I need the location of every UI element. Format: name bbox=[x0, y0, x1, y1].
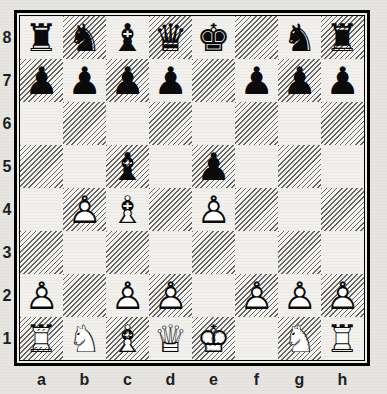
square-a1[interactable]: ♜♖ bbox=[20, 317, 63, 360]
white-pawn[interactable]: ♟♙ bbox=[321, 274, 364, 317]
square-b5[interactable] bbox=[63, 145, 106, 188]
white-rook[interactable]: ♜♖ bbox=[321, 317, 364, 360]
rank-label-4: 4 bbox=[0, 188, 14, 231]
white-pawn[interactable]: ♟♙ bbox=[63, 188, 106, 231]
file-labels: abcdefgh bbox=[20, 368, 364, 392]
square-a2[interactable]: ♟♙ bbox=[20, 274, 63, 317]
square-f3[interactable] bbox=[235, 231, 278, 274]
file-label-e: e bbox=[192, 368, 235, 392]
white-knight[interactable]: ♞♘ bbox=[278, 317, 321, 360]
black-piece-glyph: ♝ bbox=[106, 145, 149, 188]
square-c7[interactable]: ♟ bbox=[106, 59, 149, 102]
square-a6[interactable] bbox=[20, 102, 63, 145]
square-d4[interactable] bbox=[149, 188, 192, 231]
white-piece-outline: ♙ bbox=[278, 274, 321, 317]
white-piece-outline: ♙ bbox=[106, 274, 149, 317]
black-pawn[interactable]: ♟ bbox=[63, 59, 106, 102]
white-piece-outline: ♗ bbox=[106, 317, 149, 360]
black-piece-glyph: ♛ bbox=[149, 16, 192, 59]
file-label-a: a bbox=[20, 368, 63, 392]
rank-label-1: 1 bbox=[0, 317, 14, 360]
white-pawn[interactable]: ♟♙ bbox=[106, 274, 149, 317]
black-piece-glyph: ♟ bbox=[278, 59, 321, 102]
square-d7[interactable]: ♟ bbox=[149, 59, 192, 102]
black-queen[interactable]: ♛ bbox=[149, 16, 192, 59]
square-d2[interactable]: ♟♙ bbox=[149, 274, 192, 317]
square-e2[interactable] bbox=[192, 274, 235, 317]
square-e4[interactable]: ♟♙ bbox=[192, 188, 235, 231]
black-bishop[interactable]: ♝ bbox=[106, 16, 149, 59]
chess-position-diagram: 87654321 ♜♞♝♛♚♞♜♟♟♟♟♟♟♟♝♟♟♙♝♗♟♙♟♙♟♙♟♙♟♙♟… bbox=[0, 0, 387, 394]
white-piece-outline: ♔ bbox=[192, 317, 235, 360]
square-b3[interactable] bbox=[63, 231, 106, 274]
square-e1[interactable]: ♚♔ bbox=[192, 317, 235, 360]
black-pawn[interactable]: ♟ bbox=[278, 59, 321, 102]
square-h4[interactable] bbox=[321, 188, 364, 231]
square-a8[interactable]: ♜ bbox=[20, 16, 63, 59]
file-label-c: c bbox=[106, 368, 149, 392]
square-d3[interactable] bbox=[149, 231, 192, 274]
white-piece-outline: ♖ bbox=[20, 317, 63, 360]
square-f5[interactable] bbox=[235, 145, 278, 188]
file-label-b: b bbox=[63, 368, 106, 392]
square-g2[interactable]: ♟♙ bbox=[278, 274, 321, 317]
square-f7[interactable]: ♟ bbox=[235, 59, 278, 102]
chess-board: ♜♞♝♛♚♞♜♟♟♟♟♟♟♟♝♟♟♙♝♗♟♙♟♙♟♙♟♙♟♙♟♙♟♙♜♖♞♘♝♗… bbox=[19, 15, 365, 361]
black-knight[interactable]: ♞ bbox=[278, 16, 321, 59]
rank-label-5: 5 bbox=[0, 145, 14, 188]
square-e8[interactable]: ♚ bbox=[192, 16, 235, 59]
file-label-d: d bbox=[149, 368, 192, 392]
square-g5[interactable] bbox=[278, 145, 321, 188]
black-bishop[interactable]: ♝ bbox=[106, 145, 149, 188]
square-c1[interactable]: ♝♗ bbox=[106, 317, 149, 360]
black-pawn[interactable]: ♟ bbox=[235, 59, 278, 102]
black-piece-glyph: ♜ bbox=[20, 16, 63, 59]
white-pawn[interactable]: ♟♙ bbox=[235, 274, 278, 317]
white-piece-outline: ♗ bbox=[106, 188, 149, 231]
black-piece-glyph: ♟ bbox=[235, 59, 278, 102]
white-pawn[interactable]: ♟♙ bbox=[192, 188, 235, 231]
black-piece-glyph: ♞ bbox=[63, 16, 106, 59]
square-h8[interactable]: ♜ bbox=[321, 16, 364, 59]
square-a4[interactable] bbox=[20, 188, 63, 231]
black-pawn[interactable]: ♟ bbox=[106, 59, 149, 102]
square-g7[interactable]: ♟ bbox=[278, 59, 321, 102]
square-c4[interactable]: ♝♗ bbox=[106, 188, 149, 231]
square-f8[interactable] bbox=[235, 16, 278, 59]
white-piece-outline: ♕ bbox=[149, 317, 192, 360]
white-pawn[interactable]: ♟♙ bbox=[20, 274, 63, 317]
white-piece-outline: ♙ bbox=[20, 274, 63, 317]
square-a3[interactable] bbox=[20, 231, 63, 274]
file-label-h: h bbox=[321, 368, 364, 392]
square-h2[interactable]: ♟♙ bbox=[321, 274, 364, 317]
white-bishop[interactable]: ♝♗ bbox=[106, 188, 149, 231]
black-king[interactable]: ♚ bbox=[192, 16, 235, 59]
square-c3[interactable] bbox=[106, 231, 149, 274]
square-b8[interactable]: ♞ bbox=[63, 16, 106, 59]
square-b7[interactable]: ♟ bbox=[63, 59, 106, 102]
black-pawn[interactable]: ♟ bbox=[321, 59, 364, 102]
white-knight[interactable]: ♞♘ bbox=[63, 317, 106, 360]
white-piece-outline: ♙ bbox=[235, 274, 278, 317]
board-frame: ♜♞♝♛♚♞♜♟♟♟♟♟♟♟♝♟♟♙♝♗♟♙♟♙♟♙♟♙♟♙♟♙♟♙♜♖♞♘♝♗… bbox=[14, 10, 370, 366]
black-piece-glyph: ♟ bbox=[20, 59, 63, 102]
square-g1[interactable]: ♞♘ bbox=[278, 317, 321, 360]
square-e6[interactable] bbox=[192, 102, 235, 145]
white-pawn[interactable]: ♟♙ bbox=[149, 274, 192, 317]
square-d8[interactable]: ♛ bbox=[149, 16, 192, 59]
square-d6[interactable] bbox=[149, 102, 192, 145]
white-king[interactable]: ♚♔ bbox=[192, 317, 235, 360]
square-e5[interactable]: ♟ bbox=[192, 145, 235, 188]
square-h6[interactable] bbox=[321, 102, 364, 145]
square-h1[interactable]: ♜♖ bbox=[321, 317, 364, 360]
white-bishop[interactable]: ♝♗ bbox=[106, 317, 149, 360]
black-piece-glyph: ♚ bbox=[192, 16, 235, 59]
black-piece-glyph: ♝ bbox=[106, 16, 149, 59]
square-c5[interactable]: ♝ bbox=[106, 145, 149, 188]
square-e3[interactable] bbox=[192, 231, 235, 274]
square-c6[interactable] bbox=[106, 102, 149, 145]
square-b1[interactable]: ♞♘ bbox=[63, 317, 106, 360]
square-a5[interactable] bbox=[20, 145, 63, 188]
black-piece-glyph: ♞ bbox=[278, 16, 321, 59]
white-piece-outline: ♖ bbox=[321, 317, 364, 360]
rank-label-2: 2 bbox=[0, 274, 14, 317]
square-g3[interactable] bbox=[278, 231, 321, 274]
white-piece-outline: ♘ bbox=[63, 317, 106, 360]
black-rook[interactable]: ♜ bbox=[321, 16, 364, 59]
square-d5[interactable] bbox=[149, 145, 192, 188]
black-piece-glyph: ♟ bbox=[321, 59, 364, 102]
black-pawn[interactable]: ♟ bbox=[20, 59, 63, 102]
black-piece-glyph: ♟ bbox=[149, 59, 192, 102]
rank-label-3: 3 bbox=[0, 231, 14, 274]
black-pawn[interactable]: ♟ bbox=[192, 145, 235, 188]
white-piece-outline: ♙ bbox=[149, 274, 192, 317]
white-queen[interactable]: ♛♕ bbox=[149, 317, 192, 360]
square-b6[interactable] bbox=[63, 102, 106, 145]
square-d1[interactable]: ♛♕ bbox=[149, 317, 192, 360]
black-rook[interactable]: ♜ bbox=[20, 16, 63, 59]
square-h5[interactable] bbox=[321, 145, 364, 188]
white-piece-outline: ♙ bbox=[63, 188, 106, 231]
square-b2[interactable] bbox=[63, 274, 106, 317]
rank-labels: 87654321 bbox=[0, 16, 14, 360]
file-label-f: f bbox=[235, 368, 278, 392]
rank-label-8: 8 bbox=[0, 16, 14, 59]
black-piece-glyph: ♟ bbox=[192, 145, 235, 188]
square-g6[interactable] bbox=[278, 102, 321, 145]
square-b4[interactable]: ♟♙ bbox=[63, 188, 106, 231]
black-piece-glyph: ♜ bbox=[321, 16, 364, 59]
black-knight[interactable]: ♞ bbox=[63, 16, 106, 59]
white-piece-outline: ♘ bbox=[278, 317, 321, 360]
square-c8[interactable]: ♝ bbox=[106, 16, 149, 59]
black-pawn[interactable]: ♟ bbox=[149, 59, 192, 102]
square-e7[interactable] bbox=[192, 59, 235, 102]
square-c2[interactable]: ♟♙ bbox=[106, 274, 149, 317]
black-piece-glyph: ♟ bbox=[63, 59, 106, 102]
black-piece-glyph: ♟ bbox=[106, 59, 149, 102]
square-f2[interactable]: ♟♙ bbox=[235, 274, 278, 317]
square-a7[interactable]: ♟ bbox=[20, 59, 63, 102]
rank-label-7: 7 bbox=[0, 59, 14, 102]
square-g8[interactable]: ♞ bbox=[278, 16, 321, 59]
square-h7[interactable]: ♟ bbox=[321, 59, 364, 102]
rank-label-6: 6 bbox=[0, 102, 14, 145]
file-label-g: g bbox=[278, 368, 321, 392]
white-pawn[interactable]: ♟♙ bbox=[278, 274, 321, 317]
white-piece-outline: ♙ bbox=[321, 274, 364, 317]
square-f6[interactable] bbox=[235, 102, 278, 145]
white-rook[interactable]: ♜♖ bbox=[20, 317, 63, 360]
white-piece-outline: ♙ bbox=[192, 188, 235, 231]
square-h3[interactable] bbox=[321, 231, 364, 274]
square-f1[interactable] bbox=[235, 317, 278, 360]
square-f4[interactable] bbox=[235, 188, 278, 231]
square-g4[interactable] bbox=[278, 188, 321, 231]
